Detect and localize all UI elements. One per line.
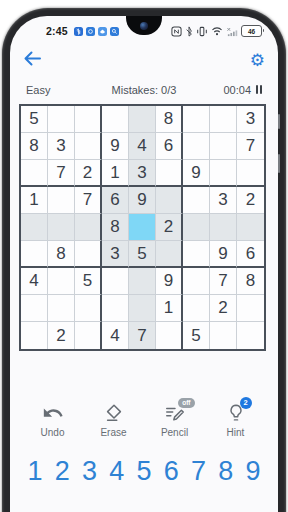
cell-r6c8[interactable]: 9 (210, 241, 237, 268)
difficulty-label[interactable]: Easy (26, 84, 50, 96)
settings-button[interactable]: ⚙ (250, 51, 265, 69)
cell-r4c5[interactable]: 9 (129, 187, 156, 214)
hint-button[interactable]: 2 Hint (208, 402, 264, 438)
cell-r9c5[interactable]: 7 (129, 322, 156, 349)
cell-r5c1[interactable] (21, 214, 48, 241)
cell-r5c8[interactable] (210, 214, 237, 241)
hint-label: Hint (227, 427, 245, 438)
cell-r8c8[interactable]: 2 (210, 295, 237, 322)
cell-r2c1[interactable]: 8 (21, 133, 48, 160)
cell-r8c2[interactable] (48, 295, 75, 322)
cell-r2c4[interactable]: 9 (102, 133, 129, 160)
numpad-1[interactable]: 1 (25, 454, 45, 488)
pencil-off-badge: off (178, 398, 194, 408)
search-notification-icon (110, 27, 119, 36)
cell-r6c5[interactable]: 5 (129, 241, 156, 268)
cell-r7c1[interactable]: 4 (21, 268, 48, 295)
cell-r7c4[interactable] (102, 268, 129, 295)
cell-r5c4[interactable]: 8 (102, 214, 129, 241)
screen: 2:45 (10, 16, 278, 512)
pause-button[interactable] (256, 85, 262, 94)
cell-r9c7[interactable]: 5 (183, 322, 210, 349)
bluetooth-share-notification-icon (74, 27, 83, 36)
cell-r8c4[interactable] (102, 295, 129, 322)
cell-r7c5[interactable] (129, 268, 156, 295)
cell-r9c6[interactable] (156, 322, 183, 349)
nfc-icon (171, 26, 182, 37)
numpad-2[interactable]: 2 (52, 454, 72, 488)
numpad-6[interactable]: 6 (161, 454, 181, 488)
cell-r6c4[interactable]: 3 (102, 241, 129, 268)
cell-r1c1[interactable]: 5 (21, 106, 48, 133)
cell-r3c2[interactable]: 7 (48, 160, 75, 187)
hint-count-badge: 2 (240, 397, 252, 409)
cell-r9c4[interactable]: 4 (102, 322, 129, 349)
cell-r6c6[interactable] (156, 241, 183, 268)
cell-r9c2[interactable]: 2 (48, 322, 75, 349)
cell-r8c6[interactable]: 1 (156, 295, 183, 322)
cell-r9c9[interactable] (237, 322, 264, 349)
power-button (278, 154, 280, 173)
cell-r3c6[interactable] (156, 160, 183, 187)
cell-r4c4[interactable]: 6 (102, 187, 129, 214)
cell-r1c7[interactable] (183, 106, 210, 133)
cell-r1c2[interactable] (48, 106, 75, 133)
cell-r5c3[interactable] (75, 214, 102, 241)
cell-r3c9[interactable] (237, 160, 264, 187)
cell-r5c6[interactable]: 2 (156, 214, 183, 241)
number-pad: 1 2 3 4 5 6 7 8 9 (10, 454, 278, 488)
sudoku-grid[interactable]: 58383946772139176932828359645978122475 (19, 104, 266, 351)
toolbar: Undo Erase off Pencil 2 (10, 402, 278, 438)
cell-r4c8[interactable]: 3 (210, 187, 237, 214)
cell-r8c7[interactable] (183, 295, 210, 322)
cell-r1c5[interactable] (129, 106, 156, 133)
mistakes-counter: Mistakes: 0/3 (112, 84, 177, 96)
cell-r3c4[interactable]: 1 (102, 160, 129, 187)
cell-r5c5[interactable] (129, 214, 156, 241)
numpad-3[interactable]: 3 (80, 454, 100, 488)
app-notification-icon (86, 27, 95, 36)
vibrate-icon (196, 26, 208, 37)
cell-r4c6[interactable] (156, 187, 183, 214)
cell-r2c7[interactable] (183, 133, 210, 160)
cell-r2c3[interactable] (75, 133, 102, 160)
cell-r2c9[interactable]: 7 (237, 133, 264, 160)
wifi-icon (211, 26, 223, 36)
cell-r8c5[interactable] (129, 295, 156, 322)
cell-r9c8[interactable] (210, 322, 237, 349)
cell-r9c3[interactable] (75, 322, 102, 349)
battery-icon: 46 (241, 25, 262, 37)
cloud-notification-icon (98, 27, 107, 36)
cell-r8c1[interactable] (21, 295, 48, 322)
timer: 00:04 (223, 84, 251, 96)
cell-r6c2[interactable]: 8 (48, 241, 75, 268)
cell-r3c7[interactable]: 9 (183, 160, 210, 187)
undo-label: Undo (41, 427, 65, 438)
cell-r4c3[interactable]: 7 (75, 187, 102, 214)
header: ⚙ (10, 50, 278, 70)
cell-r3c8[interactable] (210, 160, 237, 187)
undo-icon (41, 402, 65, 424)
numpad-7[interactable]: 7 (189, 454, 209, 488)
phone-frame: 2:45 (2, 8, 286, 512)
front-camera (140, 22, 148, 30)
cell-r6c1[interactable] (21, 241, 48, 268)
eraser-icon (102, 402, 126, 424)
pencil-label: Pencil (161, 427, 188, 438)
cell-r7c8[interactable]: 7 (210, 268, 237, 295)
numpad-5[interactable]: 5 (134, 454, 154, 488)
screenshot: 2:45 (0, 0, 288, 512)
cell-r8c9[interactable] (237, 295, 264, 322)
cell-r2c8[interactable] (210, 133, 237, 160)
cell-r2c5[interactable]: 4 (129, 133, 156, 160)
cell-r1c9[interactable]: 3 (237, 106, 264, 133)
back-button[interactable] (23, 51, 42, 70)
cell-r5c7[interactable] (183, 214, 210, 241)
cell-r1c6[interactable]: 8 (156, 106, 183, 133)
bluetooth-icon (185, 26, 193, 37)
cell-r6c9[interactable]: 6 (237, 241, 264, 268)
cell-r2c6[interactable]: 6 (156, 133, 183, 160)
cell-r1c8[interactable] (210, 106, 237, 133)
cell-r7c3[interactable]: 5 (75, 268, 102, 295)
numpad-9[interactable]: 9 (243, 454, 263, 488)
cell-r4c9[interactable]: 2 (237, 187, 264, 214)
erase-button[interactable]: Erase (86, 402, 142, 438)
no-signal-icon (226, 26, 238, 37)
cell-r4c1[interactable]: 1 (21, 187, 48, 214)
numpad-8[interactable]: 8 (216, 454, 236, 488)
cell-r9c1[interactable] (21, 322, 48, 349)
numpad-4[interactable]: 4 (107, 454, 127, 488)
cell-r8c3[interactable] (75, 295, 102, 322)
clock: 2:45 (46, 25, 68, 37)
cell-r4c2[interactable] (48, 187, 75, 214)
pencil-button[interactable]: off Pencil (147, 402, 203, 438)
cell-r5c9[interactable] (237, 214, 264, 241)
volume-button (278, 114, 280, 129)
cell-r4c7[interactable] (183, 187, 210, 214)
cell-r7c9[interactable]: 8 (237, 268, 264, 295)
cell-r7c2[interactable] (48, 268, 75, 295)
cell-r1c4[interactable] (102, 106, 129, 133)
cell-r2c2[interactable]: 3 (48, 133, 75, 160)
erase-label: Erase (100, 427, 126, 438)
undo-button[interactable]: Undo (25, 402, 81, 438)
cell-r6c7[interactable] (183, 241, 210, 268)
cell-r5c2[interactable] (48, 214, 75, 241)
game-info-bar: Easy Mistakes: 0/3 00:04 (10, 82, 278, 97)
cell-r3c1[interactable] (21, 160, 48, 187)
cell-r1c3[interactable] (75, 106, 102, 133)
cell-r3c5[interactable]: 3 (129, 160, 156, 187)
battery-percent: 46 (248, 28, 255, 35)
cell-r3c3[interactable]: 2 (75, 160, 102, 187)
cell-r7c7[interactable] (183, 268, 210, 295)
cell-r6c3[interactable] (75, 241, 102, 268)
cell-r7c6[interactable]: 9 (156, 268, 183, 295)
